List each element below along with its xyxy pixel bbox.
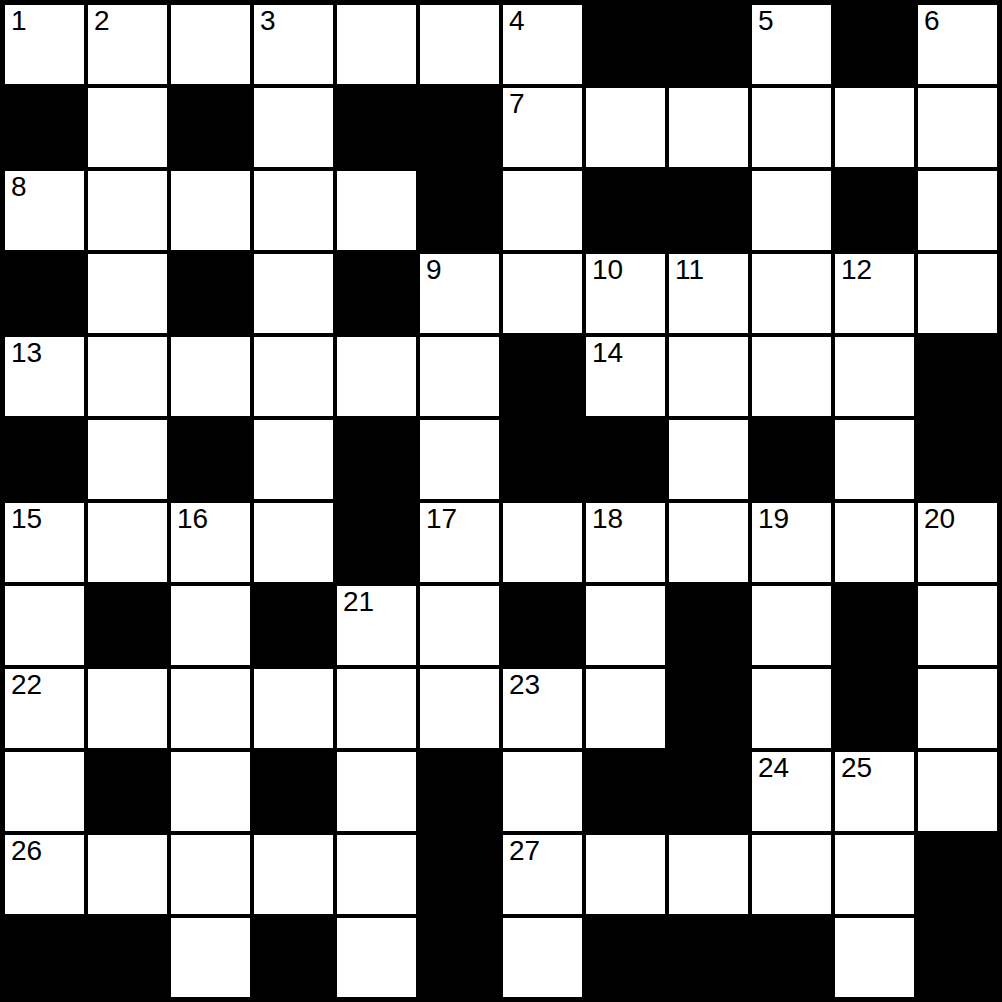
block-cell [586,752,665,831]
clue-number: 10 [592,255,623,284]
open-cell[interactable] [586,835,665,914]
open-cell[interactable]: 23 [503,669,582,748]
block-cell [5,88,84,167]
block-cell [88,918,167,997]
crossword-grid: 1234567891011121314151617181920212223242… [0,0,1002,1002]
open-cell[interactable] [88,88,167,167]
open-cell[interactable]: 16 [171,503,250,582]
clue-number: 7 [509,89,525,118]
open-cell[interactable] [503,918,582,997]
clue-number: 20 [924,504,955,533]
open-cell[interactable]: 3 [254,5,333,84]
clue-number: 25 [841,753,872,782]
block-cell [918,918,997,997]
open-cell[interactable] [337,752,416,831]
block-cell [918,420,997,499]
open-cell[interactable] [752,171,831,250]
open-cell[interactable] [835,835,914,914]
open-cell[interactable] [254,171,333,250]
clue-number: 15 [11,504,42,533]
open-cell[interactable] [88,669,167,748]
block-cell [254,918,333,997]
open-cell[interactable]: 14 [586,337,665,416]
open-cell[interactable] [420,5,499,84]
clue-number: 24 [758,753,789,782]
block-cell [835,669,914,748]
open-cell[interactable] [752,254,831,333]
block-cell [503,586,582,665]
open-cell[interactable] [835,337,914,416]
block-cell [835,5,914,84]
open-cell[interactable]: 21 [337,586,416,665]
block-cell [918,835,997,914]
open-cell[interactable] [420,669,499,748]
open-cell[interactable] [171,918,250,997]
open-cell[interactable] [254,503,333,582]
block-cell [171,254,250,333]
open-cell[interactable] [88,835,167,914]
block-cell [586,918,665,997]
open-cell[interactable]: 13 [5,337,84,416]
block-cell [254,752,333,831]
open-cell[interactable] [171,5,250,84]
open-cell[interactable]: 25 [835,752,914,831]
block-cell [835,586,914,665]
clue-number: 11 [675,255,704,284]
open-cell[interactable] [835,88,914,167]
open-cell[interactable] [171,835,250,914]
clue-number: 23 [509,670,540,699]
block-cell [669,669,748,748]
open-cell[interactable] [503,752,582,831]
open-cell[interactable]: 7 [503,88,582,167]
open-cell[interactable] [171,171,250,250]
block-cell [5,918,84,997]
open-cell[interactable] [171,752,250,831]
block-cell [835,171,914,250]
open-cell[interactable] [171,669,250,748]
block-cell [5,254,84,333]
block-cell [171,88,250,167]
open-cell[interactable]: 18 [586,503,665,582]
open-cell[interactable] [420,420,499,499]
open-cell[interactable]: 6 [918,5,997,84]
open-cell[interactable] [88,420,167,499]
open-cell[interactable] [420,586,499,665]
open-cell[interactable] [337,669,416,748]
open-cell[interactable] [503,503,582,582]
open-cell[interactable] [669,420,748,499]
open-cell[interactable] [171,586,250,665]
block-cell [420,88,499,167]
open-cell[interactable] [918,171,997,250]
open-cell[interactable] [337,918,416,997]
block-cell [669,918,748,997]
open-cell[interactable]: 11 [669,254,748,333]
block-cell [337,503,416,582]
block-cell [669,752,748,831]
block-cell [586,5,665,84]
block-cell [88,586,167,665]
block-cell [254,586,333,665]
open-cell[interactable] [752,337,831,416]
block-cell [420,835,499,914]
open-cell[interactable]: 15 [5,503,84,582]
block-cell [586,420,665,499]
open-cell[interactable] [752,835,831,914]
open-cell[interactable] [88,171,167,250]
open-cell[interactable]: 9 [420,254,499,333]
open-cell[interactable] [503,254,582,333]
open-cell[interactable]: 27 [503,835,582,914]
open-cell[interactable] [88,254,167,333]
open-cell[interactable] [586,669,665,748]
block-cell [752,420,831,499]
open-cell[interactable] [752,586,831,665]
open-cell[interactable] [586,586,665,665]
open-cell[interactable] [503,171,582,250]
open-cell[interactable] [669,835,748,914]
clue-number: 13 [11,338,42,367]
clue-number: 1 [11,6,27,35]
open-cell[interactable] [254,88,333,167]
open-cell[interactable] [254,420,333,499]
open-cell[interactable]: 4 [503,5,582,84]
block-cell [88,752,167,831]
open-cell[interactable] [918,254,997,333]
clue-number: 16 [177,504,208,533]
open-cell[interactable] [835,918,914,997]
open-cell[interactable] [5,586,84,665]
block-cell [752,918,831,997]
open-cell[interactable]: 24 [752,752,831,831]
open-cell[interactable] [88,337,167,416]
block-cell [5,420,84,499]
open-cell[interactable] [918,88,997,167]
clue-number: 19 [758,504,789,533]
open-cell[interactable] [669,88,748,167]
open-cell[interactable] [254,254,333,333]
open-cell[interactable] [918,586,997,665]
open-cell[interactable]: 22 [5,669,84,748]
open-cell[interactable] [918,752,997,831]
clue-number: 5 [758,6,774,35]
open-cell[interactable] [752,669,831,748]
open-cell[interactable] [337,835,416,914]
open-cell[interactable]: 2 [88,5,167,84]
open-cell[interactable] [254,337,333,416]
block-cell [918,337,997,416]
open-cell[interactable] [337,171,416,250]
block-cell [337,88,416,167]
open-cell[interactable] [918,669,997,748]
open-cell[interactable]: 12 [835,254,914,333]
block-cell [503,420,582,499]
open-cell[interactable]: 5 [752,5,831,84]
clue-number: 26 [11,836,42,865]
block-cell [503,337,582,416]
clue-number: 3 [260,6,276,35]
clue-number: 9 [426,255,442,284]
open-cell[interactable] [254,669,333,748]
block-cell [586,171,665,250]
block-cell [669,171,748,250]
open-cell[interactable] [669,337,748,416]
open-cell[interactable] [835,420,914,499]
block-cell [337,254,416,333]
clue-number: 4 [509,6,525,35]
clue-number: 18 [592,504,623,533]
clue-number: 14 [592,338,623,367]
open-cell[interactable] [337,337,416,416]
open-cell[interactable]: 10 [586,254,665,333]
open-cell[interactable]: 8 [5,171,84,250]
open-cell[interactable] [337,5,416,84]
clue-number: 8 [11,172,27,201]
clue-number: 12 [841,255,872,284]
open-cell[interactable] [88,503,167,582]
open-cell[interactable] [420,337,499,416]
clue-number: 21 [343,587,374,616]
open-cell[interactable] [669,503,748,582]
open-cell[interactable]: 1 [5,5,84,84]
block-cell [337,420,416,499]
block-cell [420,918,499,997]
open-cell[interactable] [586,88,665,167]
block-cell [171,420,250,499]
open-cell[interactable]: 20 [918,503,997,582]
open-cell[interactable]: 19 [752,503,831,582]
clue-number: 6 [924,6,940,35]
open-cell[interactable]: 17 [420,503,499,582]
block-cell [669,5,748,84]
clue-number: 17 [426,504,457,533]
block-cell [420,752,499,831]
open-cell[interactable] [171,337,250,416]
open-cell[interactable] [254,835,333,914]
block-cell [420,171,499,250]
clue-number: 27 [509,836,540,865]
open-cell[interactable] [5,752,84,831]
clue-number: 22 [11,670,42,699]
open-cell[interactable]: 26 [5,835,84,914]
open-cell[interactable] [752,88,831,167]
clue-number: 2 [94,6,110,35]
open-cell[interactable] [835,503,914,582]
block-cell [669,586,748,665]
